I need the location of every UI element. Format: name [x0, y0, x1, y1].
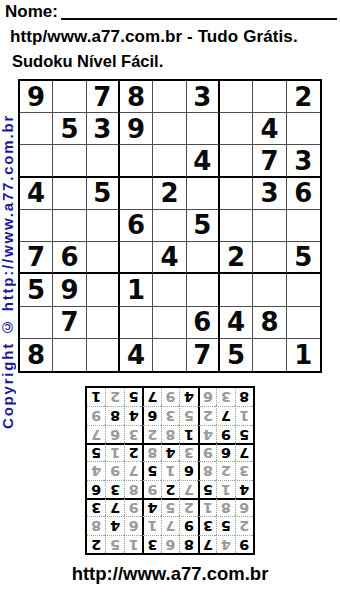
solution-cell: 7 [216, 406, 234, 424]
site-title: http/www.a77.com.br - Tudo Grátis. [10, 27, 298, 47]
puzzle-cell [87, 307, 120, 339]
solution-cell: 3 [142, 535, 160, 553]
solution-cell: 1 [216, 480, 234, 498]
solution-cell: 8 [87, 516, 105, 534]
puzzle-cell: 6 [53, 242, 86, 274]
solution-cell: 1 [105, 443, 123, 461]
solution-cell: 4 [142, 498, 160, 516]
puzzle-cell: 8 [120, 81, 153, 113]
puzzle-cell: 1 [120, 274, 153, 306]
solution-cell: 6 [142, 406, 160, 424]
puzzle-cell [253, 81, 286, 113]
puzzle-cell [253, 210, 286, 242]
solution-cell: 5 [142, 461, 160, 479]
puzzle-cell: 2 [153, 178, 186, 210]
solution-cell: 6 [161, 535, 179, 553]
solution-cell: 4 [161, 443, 179, 461]
puzzle-cell: 8 [20, 339, 53, 371]
puzzle-cell [120, 242, 153, 274]
solution-cell: 9 [216, 425, 234, 443]
puzzle-cell: 1 [287, 339, 320, 371]
solution-cell: 3 [87, 498, 105, 516]
solution-cell: 9 [105, 461, 123, 479]
puzzle-cell: 3 [287, 145, 320, 177]
solution-cell: 1 [124, 535, 142, 553]
puzzle-cell [220, 145, 253, 177]
solution-cell: 3 [198, 516, 216, 534]
puzzle-cell [153, 81, 186, 113]
solution-cell: 2 [161, 480, 179, 498]
solution-cell: 9 [161, 388, 179, 406]
solution-cell: 6 [235, 498, 253, 516]
puzzle-cell: 4 [253, 113, 286, 145]
puzzle-cell [153, 274, 186, 306]
puzzle-cell [153, 145, 186, 177]
solution-cell: 4 [87, 461, 105, 479]
puzzle-cell: 7 [53, 307, 86, 339]
puzzle-cell [187, 113, 220, 145]
puzzle-cell [53, 145, 86, 177]
solution-cell: 6 [105, 425, 123, 443]
solution-cell: 8 [216, 498, 234, 516]
footer-url: http://www.a77.com.br [0, 563, 340, 585]
solution-cell: 6 [198, 388, 216, 406]
puzzle-cell: 6 [120, 210, 153, 242]
puzzle-cell [253, 274, 286, 306]
puzzle-cell: 5 [87, 178, 120, 210]
puzzle-cell [187, 178, 220, 210]
solution-cell: 4 [179, 388, 197, 406]
solution-cell: 7 [179, 480, 197, 498]
solution-cell: 1 [142, 516, 160, 534]
solution-cell: 3 [124, 425, 142, 443]
puzzle-cell [153, 307, 186, 339]
puzzle-cell: 7 [253, 145, 286, 177]
solution-cell: 1 [235, 406, 253, 424]
solution-cell: 4 [198, 425, 216, 443]
solution-cell: 2 [179, 498, 197, 516]
puzzle-cell [87, 274, 120, 306]
puzzle-cell: 3 [187, 81, 220, 113]
puzzle-cell [287, 113, 320, 145]
solution-cell: 8 [142, 443, 160, 461]
solution-cell: 5 [105, 535, 123, 553]
solution-cell: 8 [105, 406, 123, 424]
solution-cell: 9 [142, 480, 160, 498]
solution-cell: 7 [161, 516, 179, 534]
solution-cell: 6 [124, 516, 142, 534]
puzzle-cell [153, 113, 186, 145]
puzzle-cell [20, 210, 53, 242]
puzzle-cell [53, 210, 86, 242]
puzzle-cell [287, 274, 320, 306]
puzzle-cell: 9 [53, 274, 86, 306]
solution-cell: 5 [179, 406, 197, 424]
puzzle-cell [187, 274, 220, 306]
solution-cell: 7 [87, 425, 105, 443]
puzzle-cell [87, 210, 120, 242]
puzzle-cell [153, 339, 186, 371]
puzzle-cell: 9 [20, 81, 53, 113]
puzzle-cell: 4 [187, 145, 220, 177]
solution-cell: 5 [198, 480, 216, 498]
solution-cell: 2 [87, 535, 105, 553]
solution-cell: 3 [179, 443, 197, 461]
puzzle-cell: 5 [287, 242, 320, 274]
solution-cell: 1 [179, 425, 197, 443]
puzzle-cell [220, 178, 253, 210]
solution-cell: 1 [87, 388, 105, 406]
solution-cell: 9 [124, 498, 142, 516]
puzzle-cell [20, 145, 53, 177]
puzzle-cell [120, 307, 153, 339]
puzzle-cell [120, 178, 153, 210]
solution-cell: 9 [235, 535, 253, 553]
solution-cell: 5 [161, 498, 179, 516]
puzzle-cell [120, 145, 153, 177]
puzzle-cell: 3 [87, 113, 120, 145]
solution-cell: 3 [161, 406, 179, 424]
solution-cell: 2 [216, 461, 234, 479]
copyright-vertical-text: Copyright © http://www.a77.com.br [0, 95, 16, 447]
puzzle-cell: 2 [220, 242, 253, 274]
solution-cell: 3 [216, 388, 234, 406]
puzzle-cell [20, 113, 53, 145]
puzzle-cell [187, 242, 220, 274]
solution-cell: 8 [179, 535, 197, 553]
solution-cell: 4 [235, 480, 253, 498]
puzzle-cell [220, 113, 253, 145]
sudoku-solution-grid: 9478631522539716486812549734157298363286… [85, 386, 255, 555]
puzzle-cell: 4 [153, 242, 186, 274]
puzzle-cell: 3 [253, 178, 286, 210]
puzzle-cell: 5 [20, 274, 53, 306]
solution-cell: 7 [198, 535, 216, 553]
solution-cell: 5 [87, 443, 105, 461]
puzzle-cell: 7 [187, 339, 220, 371]
puzzle-cell: 9 [120, 113, 153, 145]
puzzle-cell: 8 [253, 307, 286, 339]
puzzle-cell [220, 274, 253, 306]
puzzle-cell [287, 210, 320, 242]
solution-cell: 9 [179, 516, 197, 534]
solution-cell: 3 [235, 461, 253, 479]
solution-cell: 1 [198, 498, 216, 516]
puzzle-cell: 4 [120, 339, 153, 371]
puzzle-cell: 4 [20, 178, 53, 210]
solution-cell: 5 [235, 425, 253, 443]
solution-cell: 7 [105, 498, 123, 516]
solution-cell: 8 [198, 461, 216, 479]
puzzle-cell [253, 242, 286, 274]
puzzle-cell [53, 81, 86, 113]
puzzle-cell [87, 242, 120, 274]
solution-cell: 8 [161, 425, 179, 443]
puzzle-cell [87, 145, 120, 177]
solution-cell: 7 [124, 461, 142, 479]
name-label: Nome: [5, 2, 58, 22]
puzzle-cell [53, 339, 86, 371]
solution-cell: 7 [235, 443, 253, 461]
solution-cell: 2 [235, 516, 253, 534]
name-underline [61, 18, 337, 20]
puzzle-cell: 5 [53, 113, 86, 145]
puzzle-cell: 2 [287, 81, 320, 113]
solution-cell: 6 [87, 480, 105, 498]
solution-cell: 4 [124, 406, 142, 424]
solution-cell: 5 [216, 516, 234, 534]
solution-cell: 3 [105, 480, 123, 498]
puzzle-cell [53, 178, 86, 210]
solution-cell: 2 [198, 406, 216, 424]
solution-cell: 2 [124, 443, 142, 461]
puzzle-cell: 4 [220, 307, 253, 339]
solution-cell: 6 [179, 461, 197, 479]
puzzle-cell: 6 [287, 178, 320, 210]
puzzle-cell [20, 307, 53, 339]
puzzle-cell [287, 307, 320, 339]
puzzle-cell [220, 81, 253, 113]
solution-cell: 9 [198, 443, 216, 461]
puzzle-cell [253, 339, 286, 371]
solution-cell: 8 [124, 480, 142, 498]
puzzle-cell: 7 [20, 242, 53, 274]
puzzle-cell: 6 [187, 307, 220, 339]
solution-cell: 6 [216, 443, 234, 461]
solution-cell: 8 [235, 388, 253, 406]
puzzle-cell [220, 210, 253, 242]
sudoku-puzzle-grid: 978325394473452366576425591764884751 [18, 79, 322, 373]
solution-cell: 2 [105, 388, 123, 406]
puzzle-cell [87, 339, 120, 371]
solution-cell: 4 [216, 535, 234, 553]
puzzle-cell [153, 210, 186, 242]
puzzle-cell: 5 [187, 210, 220, 242]
solution-cell: 9 [87, 406, 105, 424]
solution-cell: 7 [142, 388, 160, 406]
puzzle-cell: 5 [220, 339, 253, 371]
solution-cell: 4 [105, 516, 123, 534]
solution-cell: 2 [142, 425, 160, 443]
solution-cell: 5 [124, 388, 142, 406]
solution-cell: 1 [161, 461, 179, 479]
puzzle-cell: 7 [87, 81, 120, 113]
puzzle-level-title: Sudoku Nível Fácil. [12, 52, 163, 71]
